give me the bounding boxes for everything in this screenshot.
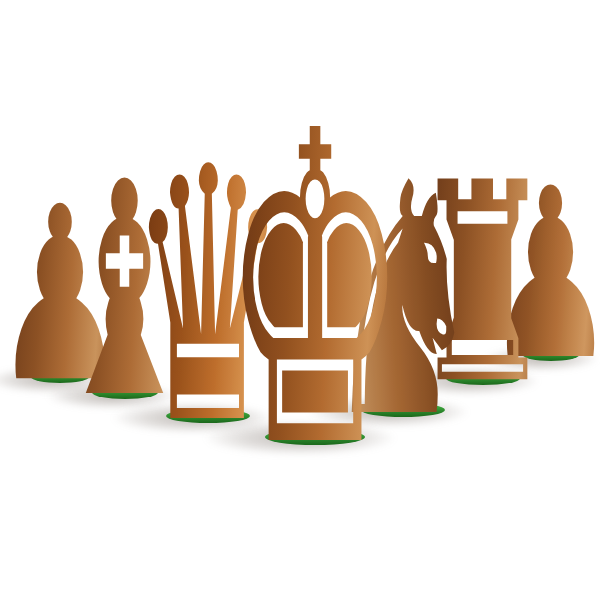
product-photo-canvas: ♟ ♝ ♛ ♚ ♞ ♜ ♟ xyxy=(0,0,600,600)
king-icon: ♚ xyxy=(212,76,418,506)
